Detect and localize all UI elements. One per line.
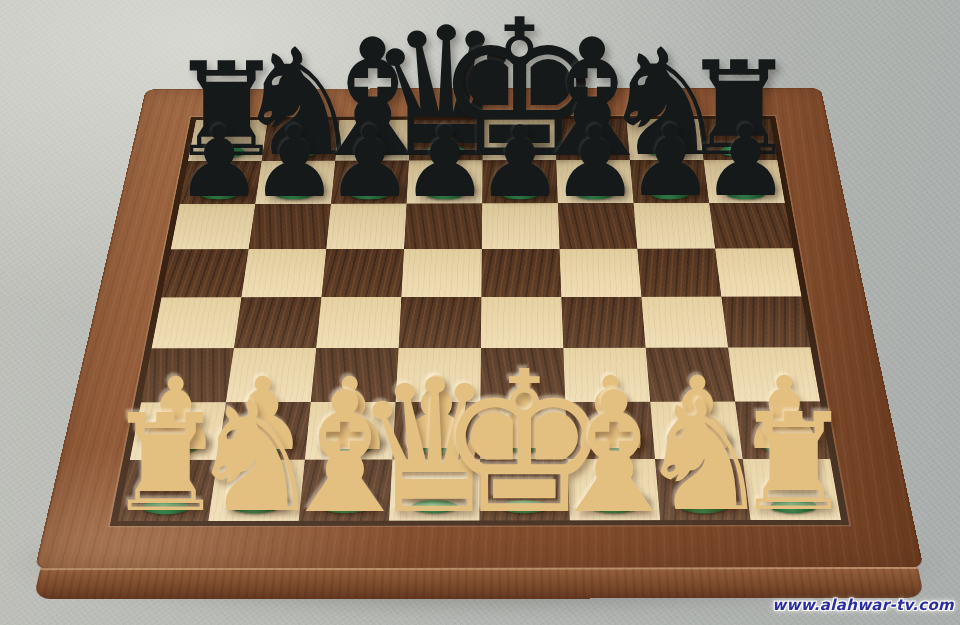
playing-area — [118, 119, 841, 521]
square-h2 — [735, 401, 830, 459]
square-d5 — [401, 249, 481, 297]
square-f8 — [555, 119, 630, 160]
square-c8 — [335, 120, 411, 161]
square-a5 — [161, 249, 248, 297]
square-c5 — [321, 249, 404, 297]
square-g7 — [630, 160, 709, 203]
square-b4 — [234, 297, 322, 348]
square-d6 — [404, 203, 482, 249]
square-b1 — [208, 460, 305, 521]
square-e2 — [480, 402, 568, 460]
square-a6 — [171, 204, 255, 250]
square-b3 — [226, 348, 316, 402]
square-c2 — [305, 402, 396, 460]
square-b8 — [262, 120, 340, 161]
square-f1 — [567, 459, 660, 520]
square-h6 — [709, 203, 793, 249]
square-e6 — [482, 203, 560, 249]
square-c7 — [331, 160, 409, 203]
square-h7 — [704, 160, 785, 203]
photo-scene: ♜♞♝♛♚♝♞♜♟♟♟♟♟♟♟♟♟♟♟♟♟♟♟♟♜♞♝♛♚♝♞♜ www.ala… — [0, 0, 960, 625]
square-f2 — [565, 402, 655, 460]
square-f5 — [560, 249, 642, 297]
square-d1 — [389, 459, 480, 520]
square-d8 — [409, 120, 483, 161]
square-d7 — [407, 160, 483, 203]
square-g6 — [634, 203, 716, 249]
square-h5 — [715, 248, 801, 296]
square-h4 — [721, 296, 810, 347]
square-e3 — [480, 348, 565, 402]
square-a8 — [188, 120, 268, 161]
square-b5 — [241, 249, 326, 297]
square-e1 — [479, 459, 569, 520]
square-g5 — [637, 249, 721, 297]
square-e4 — [481, 297, 563, 348]
square-a3 — [141, 348, 234, 402]
square-h1 — [743, 459, 841, 520]
square-g3 — [646, 348, 735, 402]
square-e7 — [482, 160, 558, 203]
square-e8 — [483, 119, 557, 160]
watermark-url: www.alahwar-tv.com — [772, 596, 954, 614]
square-b7 — [255, 161, 335, 204]
square-a7 — [180, 161, 262, 204]
square-b6 — [249, 204, 331, 250]
square-g8 — [626, 119, 703, 160]
square-a1 — [118, 460, 217, 521]
chess-board — [118, 119, 841, 521]
square-g1 — [655, 459, 751, 520]
square-c3 — [311, 348, 399, 402]
square-g2 — [650, 402, 742, 460]
square-c4 — [316, 297, 401, 348]
square-g4 — [641, 297, 728, 348]
square-c6 — [326, 204, 406, 250]
square-f3 — [563, 348, 650, 402]
square-d3 — [396, 348, 481, 402]
square-c1 — [299, 459, 393, 520]
square-b2 — [217, 402, 310, 460]
square-h3 — [728, 347, 820, 401]
square-a4 — [152, 297, 242, 348]
square-e5 — [481, 249, 561, 297]
square-f4 — [561, 297, 645, 348]
square-f7 — [556, 160, 633, 203]
square-f6 — [558, 203, 637, 249]
square-d2 — [392, 402, 480, 460]
square-d4 — [399, 297, 482, 348]
square-h8 — [698, 119, 777, 160]
board-side-edge — [33, 567, 924, 599]
square-a2 — [130, 402, 226, 460]
